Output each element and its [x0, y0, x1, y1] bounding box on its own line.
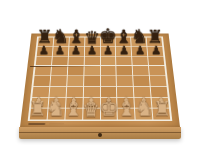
- square-b6[interactable]: [52, 56, 68, 65]
- square-a7[interactable]: ♟: [37, 47, 53, 56]
- square-h5[interactable]: [149, 66, 165, 76]
- piece-white-king[interactable]: ♚: [99, 97, 119, 120]
- piece-white-bishop[interactable]: ♝: [64, 99, 83, 120]
- piece-black-pawn[interactable]: ♟: [135, 44, 145, 56]
- box-front-edge: [19, 127, 181, 139]
- piece-black-pawn[interactable]: ♟: [71, 44, 81, 56]
- square-g5[interactable]: [133, 66, 149, 76]
- square-b1[interactable]: ♞: [47, 109, 64, 120]
- square-g4[interactable]: [133, 76, 149, 86]
- square-e1[interactable]: ♚: [100, 109, 117, 120]
- square-h4[interactable]: [150, 76, 167, 86]
- square-h6[interactable]: [148, 56, 164, 65]
- piece-black-pawn[interactable]: ♟: [103, 44, 113, 56]
- board-grid: ♜♞♝♛♚♝♞♜♟♟♟♟♟♟♟♟♟♟♟♟♟♟♟♟♜♞♝♛♚♝♞♜: [28, 37, 173, 121]
- piece-white-rook[interactable]: ♜: [153, 99, 172, 120]
- square-e4[interactable]: [100, 76, 116, 86]
- square-b5[interactable]: [51, 66, 67, 76]
- piece-black-pawn[interactable]: ♟: [39, 44, 49, 56]
- square-g6[interactable]: [132, 56, 148, 65]
- square-f4[interactable]: [117, 76, 133, 86]
- square-c4[interactable]: [67, 76, 83, 86]
- square-d7[interactable]: ♟: [85, 47, 100, 56]
- square-g1[interactable]: ♞: [135, 109, 152, 120]
- square-a4[interactable]: [33, 76, 50, 86]
- piece-black-pawn[interactable]: ♟: [55, 44, 65, 56]
- square-f6[interactable]: [116, 56, 132, 65]
- square-g7[interactable]: ♟: [132, 47, 148, 56]
- chess-board: ♜♞♝♛♚♝♞♜♟♟♟♟♟♟♟♟♟♟♟♟♟♟♟♟♜♞♝♛♚♝♞♜: [20, 34, 180, 127]
- piece-black-pawn[interactable]: ♟: [151, 44, 161, 56]
- square-a5[interactable]: [35, 66, 51, 76]
- square-f5[interactable]: [117, 66, 133, 76]
- square-f7[interactable]: ♟: [116, 47, 131, 56]
- piece-white-bishop[interactable]: ♝: [117, 99, 136, 120]
- piece-white-rook[interactable]: ♜: [29, 99, 48, 120]
- maker-stamp: [28, 123, 45, 125]
- board-surface: ♜♞♝♛♚♝♞♜♟♟♟♟♟♟♟♟♟♟♟♟♟♟♟♟♜♞♝♛♚♝♞♜: [20, 34, 180, 127]
- square-a6[interactable]: [36, 56, 52, 65]
- square-d4[interactable]: [84, 76, 100, 86]
- fold-seam: [30, 66, 97, 67]
- square-b4[interactable]: [50, 76, 66, 86]
- square-c7[interactable]: ♟: [69, 47, 84, 56]
- piece-white-knight[interactable]: ♞: [46, 98, 66, 120]
- square-a1[interactable]: ♜: [30, 109, 48, 120]
- square-e6[interactable]: [100, 56, 115, 65]
- square-c5[interactable]: [68, 66, 84, 76]
- square-f1[interactable]: ♝: [118, 109, 135, 120]
- clasp-pin-icon: [98, 133, 102, 137]
- photo-scene: ♜♞♝♛♚♝♞♜♟♟♟♟♟♟♟♟♟♟♟♟♟♟♟♟♜♞♝♛♚♝♞♜: [0, 0, 200, 150]
- square-c6[interactable]: [68, 56, 84, 65]
- square-h1[interactable]: ♜: [153, 109, 171, 120]
- piece-black-pawn[interactable]: ♟: [87, 44, 97, 56]
- square-e7[interactable]: ♟: [100, 47, 115, 56]
- square-e5[interactable]: [100, 66, 116, 76]
- piece-white-knight[interactable]: ♞: [134, 98, 154, 120]
- square-d6[interactable]: [84, 56, 99, 65]
- piece-white-queen[interactable]: ♛: [82, 100, 100, 120]
- square-d1[interactable]: ♛: [83, 109, 100, 120]
- square-h7[interactable]: ♟: [147, 47, 163, 56]
- square-c1[interactable]: ♝: [65, 109, 82, 120]
- square-d5[interactable]: [84, 66, 100, 76]
- piece-black-pawn[interactable]: ♟: [119, 44, 129, 56]
- square-b7[interactable]: ♟: [53, 47, 69, 56]
